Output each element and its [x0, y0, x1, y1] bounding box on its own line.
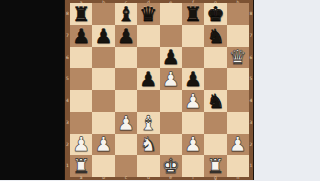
black-knight[interactable]: ♞ — [206, 90, 224, 110]
square-h8[interactable] — [227, 3, 249, 25]
square-h4[interactable] — [227, 90, 249, 112]
coord-file-h-top: h — [227, 0, 249, 3]
black-bishop[interactable]: ♝ — [117, 3, 135, 23]
coord-rank-3-right: 3 — [249, 112, 253, 134]
white-pawn[interactable]: ♟ — [72, 134, 90, 154]
coord-rank-3-left: 3 — [65, 112, 70, 134]
black-rook[interactable]: ♜ — [72, 3, 90, 23]
coord-rank-4-left: 4 — [65, 90, 70, 112]
coord-file-h-bottom: h — [227, 176, 249, 181]
white-pawn[interactable]: ♟ — [184, 134, 202, 154]
square-f1[interactable] — [182, 155, 204, 177]
square-b2[interactable]: ♟ — [92, 134, 114, 156]
square-f6[interactable] — [182, 47, 204, 69]
square-d6[interactable] — [137, 47, 159, 69]
square-b5[interactable] — [92, 68, 114, 90]
square-g5[interactable] — [204, 68, 226, 90]
coord-rank-6-right: 6 — [249, 47, 253, 69]
square-f8[interactable]: ♜ — [182, 3, 204, 25]
white-king[interactable]: ♚ — [162, 156, 180, 176]
square-a5[interactable] — [70, 68, 92, 90]
square-d7[interactable] — [137, 25, 159, 47]
black-rook[interactable]: ♜ — [184, 3, 202, 23]
coord-file-e-bottom: e — [160, 176, 182, 181]
coord-file-c-bottom: c — [115, 176, 137, 181]
coord-file-a-bottom: a — [70, 176, 92, 181]
square-h5[interactable] — [227, 68, 249, 90]
square-b4[interactable] — [92, 90, 114, 112]
white-knight[interactable]: ♞ — [139, 134, 157, 154]
coord-rank-8-right: 8 — [249, 3, 253, 25]
black-pawn[interactable]: ♟ — [72, 25, 90, 45]
square-a7[interactable]: ♟ — [70, 25, 92, 47]
square-e7[interactable] — [160, 25, 182, 47]
coord-file-d-bottom: d — [137, 176, 159, 181]
square-h1[interactable] — [227, 155, 249, 177]
square-g2[interactable] — [204, 134, 226, 156]
coord-rank-7-right: 7 — [249, 25, 253, 47]
square-b6[interactable] — [92, 47, 114, 69]
white-pawn[interactable]: ♟ — [95, 134, 113, 154]
coord-rank-6-left: 6 — [65, 47, 70, 69]
square-b7[interactable]: ♟ — [92, 25, 114, 47]
square-h2[interactable]: ♟ — [227, 134, 249, 156]
square-e6[interactable]: ♟ — [160, 47, 182, 69]
square-d4[interactable] — [137, 90, 159, 112]
black-pawn[interactable]: ♟ — [139, 69, 157, 89]
coord-rank-2-right: 2 — [249, 134, 253, 156]
square-c3[interactable]: ♟ — [115, 112, 137, 134]
white-pawn[interactable]: ♟ — [117, 112, 135, 132]
black-pawn[interactable]: ♟ — [95, 25, 113, 45]
coord-file-a-top: a — [70, 0, 92, 3]
square-d8[interactable]: ♛ — [137, 3, 159, 25]
square-f7[interactable] — [182, 25, 204, 47]
coord-file-b-top: b — [92, 0, 114, 3]
square-g6[interactable] — [204, 47, 226, 69]
square-c2[interactable] — [115, 134, 137, 156]
square-f2[interactable]: ♟ — [182, 134, 204, 156]
square-e2[interactable] — [160, 134, 182, 156]
square-d3[interactable]: ♝ — [137, 112, 159, 134]
black-king[interactable]: ♚ — [206, 3, 224, 23]
coord-rank-1-right: 1 — [249, 155, 253, 177]
white-queen[interactable]: ♛ — [229, 47, 247, 67]
square-g8[interactable]: ♚ — [204, 3, 226, 25]
black-queen[interactable]: ♛ — [139, 3, 157, 23]
square-c1[interactable] — [115, 155, 137, 177]
square-g3[interactable] — [204, 112, 226, 134]
coord-file-b-bottom: b — [92, 176, 114, 181]
square-d1[interactable] — [137, 155, 159, 177]
square-e3[interactable] — [160, 112, 182, 134]
square-a2[interactable]: ♟ — [70, 134, 92, 156]
square-f5[interactable]: ♟ — [182, 68, 204, 90]
square-c6[interactable] — [115, 47, 137, 69]
square-c4[interactable] — [115, 90, 137, 112]
coord-rank-5-left: 5 — [65, 68, 70, 90]
white-pawn[interactable]: ♟ — [229, 134, 247, 154]
coord-rank-2-left: 2 — [65, 134, 70, 156]
screenshot-stage: ♜♝♛♜♚♟♟♟♞♟♛♟♟♟♟♞♟♝♟♟♞♟♟♜♚♜ 8877665544332… — [0, 0, 320, 180]
square-c5[interactable] — [115, 68, 137, 90]
coord-rank-7-left: 7 — [65, 25, 70, 47]
white-rook[interactable]: ♜ — [206, 156, 224, 176]
coord-rank-5-right: 5 — [249, 68, 253, 90]
square-f4[interactable]: ♟ — [182, 90, 204, 112]
square-b3[interactable] — [92, 112, 114, 134]
black-pawn[interactable]: ♟ — [162, 47, 180, 67]
square-e5[interactable]: ♟ — [160, 68, 182, 90]
coord-file-d-top: d — [137, 0, 159, 3]
square-e1[interactable]: ♚ — [160, 155, 182, 177]
coord-file-g-top: g — [204, 0, 226, 3]
coord-rank-1-left: 1 — [65, 155, 70, 177]
board-squares: ♜♝♛♜♚♟♟♟♞♟♛♟♟♟♟♞♟♝♟♟♞♟♟♜♚♜ — [70, 3, 249, 177]
black-pawn[interactable]: ♟ — [184, 69, 202, 89]
square-c7[interactable]: ♟ — [115, 25, 137, 47]
coord-file-c-top: c — [115, 0, 137, 3]
coord-file-e-top: e — [160, 0, 182, 3]
square-d5[interactable]: ♟ — [137, 68, 159, 90]
black-knight[interactable]: ♞ — [206, 25, 224, 45]
white-rook[interactable]: ♜ — [72, 156, 90, 176]
square-h3[interactable] — [227, 112, 249, 134]
square-a1[interactable]: ♜ — [70, 155, 92, 177]
square-d2[interactable]: ♞ — [137, 134, 159, 156]
square-g1[interactable]: ♜ — [204, 155, 226, 177]
coord-file-f-bottom: f — [182, 176, 204, 181]
black-pawn[interactable]: ♟ — [117, 25, 135, 45]
square-a3[interactable] — [70, 112, 92, 134]
coord-rank-8-left: 8 — [65, 3, 70, 25]
square-e8[interactable] — [160, 3, 182, 25]
coord-rank-4-right: 4 — [249, 90, 253, 112]
square-c8[interactable]: ♝ — [115, 3, 137, 25]
square-b8[interactable] — [92, 3, 114, 25]
coord-file-g-bottom: g — [204, 176, 226, 181]
square-b1[interactable] — [92, 155, 114, 177]
chess-board: ♜♝♛♜♚♟♟♟♞♟♛♟♟♟♟♞♟♝♟♟♞♟♟♜♚♜ 8877665544332… — [65, 0, 253, 180]
coord-file-f-top: f — [182, 0, 204, 3]
square-a8[interactable]: ♜ — [70, 3, 92, 25]
square-e4[interactable] — [160, 90, 182, 112]
white-pawn[interactable]: ♟ — [184, 90, 202, 110]
white-bishop[interactable]: ♝ — [139, 112, 157, 132]
square-f3[interactable] — [182, 112, 204, 134]
white-pawn[interactable]: ♟ — [162, 69, 180, 89]
square-g7[interactable]: ♞ — [204, 25, 226, 47]
square-h6[interactable]: ♛ — [227, 47, 249, 69]
left-background-bar — [0, 0, 65, 180]
square-h7[interactable] — [227, 25, 249, 47]
square-g4[interactable]: ♞ — [204, 90, 226, 112]
square-a6[interactable] — [70, 47, 92, 69]
square-a4[interactable] — [70, 90, 92, 112]
